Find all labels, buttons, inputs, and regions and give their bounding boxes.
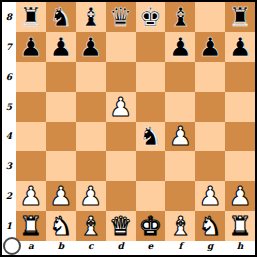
square-f5[interactable] bbox=[165, 92, 195, 122]
square-g2[interactable]: ♟ bbox=[195, 181, 225, 211]
rank-label-8: 8 bbox=[2, 2, 16, 32]
file-label-e: e bbox=[136, 241, 166, 255]
black-queen: ♛ bbox=[109, 4, 132, 30]
white-pawn: ♟ bbox=[169, 123, 192, 149]
square-f2[interactable] bbox=[165, 181, 195, 211]
black-pawn: ♟ bbox=[19, 34, 42, 60]
square-e1[interactable]: ♚ bbox=[136, 211, 166, 241]
file-labels: abcdefgh bbox=[16, 241, 255, 255]
square-c4[interactable] bbox=[76, 122, 106, 152]
square-d1[interactable]: ♛ bbox=[106, 211, 136, 241]
square-g7[interactable]: ♟ bbox=[195, 32, 225, 62]
rank-label-6: 6 bbox=[2, 62, 16, 92]
rank-labels: 87654321 bbox=[2, 2, 16, 241]
file-label-h: h bbox=[225, 241, 255, 255]
square-f3[interactable] bbox=[165, 151, 195, 181]
square-d3[interactable] bbox=[106, 151, 136, 181]
chess-diagram: 87654321 ♜♞♝♛♚♝♜♟♟♟♟♟♟♟♞♟♟♟♟♟♟♜♞♝♛♚♝♞♜ a… bbox=[0, 0, 257, 257]
file-label-c: c bbox=[76, 241, 106, 255]
square-d6[interactable] bbox=[106, 62, 136, 92]
square-a2[interactable]: ♟ bbox=[16, 181, 46, 211]
black-rook: ♜ bbox=[228, 4, 251, 30]
square-g6[interactable] bbox=[195, 62, 225, 92]
square-b8[interactable]: ♞ bbox=[46, 2, 76, 32]
black-knight: ♞ bbox=[49, 4, 72, 30]
file-label-d: d bbox=[106, 241, 136, 255]
square-a7[interactable]: ♟ bbox=[16, 32, 46, 62]
black-bishop: ♝ bbox=[169, 4, 192, 30]
square-f8[interactable]: ♝ bbox=[165, 2, 195, 32]
black-knight: ♞ bbox=[139, 123, 162, 149]
square-a4[interactable] bbox=[16, 122, 46, 152]
square-h4[interactable] bbox=[225, 122, 255, 152]
square-a1[interactable]: ♜ bbox=[16, 211, 46, 241]
square-b3[interactable] bbox=[46, 151, 76, 181]
white-bishop: ♝ bbox=[169, 213, 192, 239]
square-d2[interactable] bbox=[106, 181, 136, 211]
square-h3[interactable] bbox=[225, 151, 255, 181]
square-b5[interactable] bbox=[46, 92, 76, 122]
white-pawn: ♟ bbox=[199, 183, 222, 209]
white-queen: ♛ bbox=[109, 213, 132, 239]
square-c1[interactable]: ♝ bbox=[76, 211, 106, 241]
file-label-f: f bbox=[165, 241, 195, 255]
square-h5[interactable] bbox=[225, 92, 255, 122]
rank-label-3: 3 bbox=[2, 151, 16, 181]
square-e8[interactable]: ♚ bbox=[136, 2, 166, 32]
square-d8[interactable]: ♛ bbox=[106, 2, 136, 32]
white-pawn: ♟ bbox=[19, 183, 42, 209]
square-g8[interactable] bbox=[195, 2, 225, 32]
square-c8[interactable]: ♝ bbox=[76, 2, 106, 32]
white-bishop: ♝ bbox=[79, 213, 102, 239]
white-king: ♚ bbox=[139, 213, 162, 239]
square-b7[interactable]: ♟ bbox=[46, 32, 76, 62]
square-c3[interactable] bbox=[76, 151, 106, 181]
white-pawn: ♟ bbox=[79, 183, 102, 209]
square-d4[interactable] bbox=[106, 122, 136, 152]
black-rook: ♜ bbox=[19, 4, 42, 30]
square-c2[interactable]: ♟ bbox=[76, 181, 106, 211]
file-label-g: g bbox=[195, 241, 225, 255]
side-to-move-indicator bbox=[3, 237, 21, 255]
chess-board: ♜♞♝♛♚♝♜♟♟♟♟♟♟♟♞♟♟♟♟♟♟♜♞♝♛♚♝♞♜ bbox=[16, 2, 255, 241]
square-a3[interactable] bbox=[16, 151, 46, 181]
white-pawn: ♟ bbox=[49, 183, 72, 209]
black-pawn: ♟ bbox=[79, 34, 102, 60]
square-g1[interactable]: ♞ bbox=[195, 211, 225, 241]
square-b2[interactable]: ♟ bbox=[46, 181, 76, 211]
square-a8[interactable]: ♜ bbox=[16, 2, 46, 32]
square-f7[interactable]: ♟ bbox=[165, 32, 195, 62]
square-h1[interactable]: ♜ bbox=[225, 211, 255, 241]
square-c7[interactable]: ♟ bbox=[76, 32, 106, 62]
white-pawn: ♟ bbox=[109, 94, 132, 120]
square-f6[interactable] bbox=[165, 62, 195, 92]
square-g5[interactable] bbox=[195, 92, 225, 122]
rank-label-7: 7 bbox=[2, 32, 16, 62]
rank-label-5: 5 bbox=[2, 92, 16, 122]
square-c5[interactable] bbox=[76, 92, 106, 122]
square-e2[interactable] bbox=[136, 181, 166, 211]
square-e5[interactable] bbox=[136, 92, 166, 122]
square-f1[interactable]: ♝ bbox=[165, 211, 195, 241]
square-f4[interactable]: ♟ bbox=[165, 122, 195, 152]
square-e6[interactable] bbox=[136, 62, 166, 92]
rank-label-2: 2 bbox=[2, 181, 16, 211]
square-a5[interactable] bbox=[16, 92, 46, 122]
white-rook: ♜ bbox=[228, 213, 251, 239]
white-rook: ♜ bbox=[19, 213, 42, 239]
white-pawn: ♟ bbox=[228, 183, 251, 209]
black-king: ♚ bbox=[139, 4, 162, 30]
square-h8[interactable]: ♜ bbox=[225, 2, 255, 32]
square-a6[interactable] bbox=[16, 62, 46, 92]
black-pawn: ♟ bbox=[49, 34, 72, 60]
square-h6[interactable] bbox=[225, 62, 255, 92]
black-pawn: ♟ bbox=[199, 34, 222, 60]
square-b6[interactable] bbox=[46, 62, 76, 92]
black-pawn: ♟ bbox=[228, 34, 251, 60]
square-c6[interactable] bbox=[76, 62, 106, 92]
square-d5[interactable]: ♟ bbox=[106, 92, 136, 122]
square-g3[interactable] bbox=[195, 151, 225, 181]
square-b4[interactable] bbox=[46, 122, 76, 152]
white-knight: ♞ bbox=[199, 213, 222, 239]
square-h7[interactable]: ♟ bbox=[225, 32, 255, 62]
square-e3[interactable] bbox=[136, 151, 166, 181]
white-knight: ♞ bbox=[49, 213, 72, 239]
rank-label-4: 4 bbox=[2, 122, 16, 152]
square-h2[interactable]: ♟ bbox=[225, 181, 255, 211]
square-b1[interactable]: ♞ bbox=[46, 211, 76, 241]
square-g4[interactable] bbox=[195, 122, 225, 152]
file-label-b: b bbox=[46, 241, 76, 255]
square-e4[interactable]: ♞ bbox=[136, 122, 166, 152]
square-e7[interactable] bbox=[136, 32, 166, 62]
black-bishop: ♝ bbox=[79, 4, 102, 30]
square-d7[interactable] bbox=[106, 32, 136, 62]
black-pawn: ♟ bbox=[169, 34, 192, 60]
